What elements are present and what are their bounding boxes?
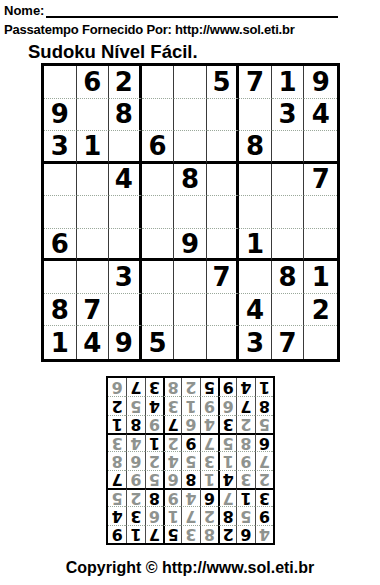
puzzle-cell-r7c3: 3 [109, 261, 142, 294]
puzzle-cell-r8c4 [142, 294, 175, 327]
solution-cell-r5c4: 3 [200, 451, 218, 469]
puzzle-cell-r9c6 [207, 326, 240, 359]
puzzle-cell-r7c6: 7 [207, 261, 240, 294]
puzzle-cell-r4c1 [44, 164, 77, 197]
puzzle-cell-r3c5 [174, 131, 207, 164]
puzzle-cell-r9c2: 4 [77, 326, 110, 359]
puzzle-cell-r3c3 [109, 131, 142, 164]
solution-cell-r2c7: 6 [145, 506, 163, 524]
puzzle-cell-r3c9 [304, 131, 337, 164]
puzzle-cell-r7c8: 8 [272, 261, 305, 294]
puzzle-cell-r8c8 [272, 294, 305, 327]
solution-cell-r8c3: 6 [218, 396, 236, 414]
solution-cell-r2c6: 1 [163, 506, 181, 524]
puzzle-cell-r7c4 [142, 261, 175, 294]
puzzle-cell-r2c1: 9 [44, 99, 77, 132]
puzzle-cell-r8c5 [174, 294, 207, 327]
solution-cell-r9c2: 4 [236, 378, 254, 396]
solution-cell-r6c8: 4 [126, 433, 144, 451]
puzzle-cell-r7c1 [44, 261, 77, 294]
puzzle-cell-r3c6 [207, 131, 240, 164]
puzzle-cell-r6c8 [272, 229, 305, 262]
solution-cell-r3c3: 7 [218, 488, 236, 506]
solution-cell-r3c7: 8 [145, 488, 163, 506]
provider-line: Passatempo Fornecido Por: http://www.sol… [4, 22, 295, 37]
puzzle-cell-r6c2 [77, 229, 110, 262]
solution-cell-r9c3: 9 [218, 378, 236, 396]
puzzle-cell-r9c5 [174, 326, 207, 359]
puzzle-cell-r8c3 [109, 294, 142, 327]
puzzle-cell-r6c3 [109, 229, 142, 262]
puzzle-cell-r3c7: 8 [239, 131, 272, 164]
solution-cell-r1c1: 4 [255, 525, 273, 543]
puzzle-cell-r9c4: 5 [142, 326, 175, 359]
solution-cell-r9c1: 1 [255, 378, 273, 396]
puzzle-cell-r7c5 [174, 261, 207, 294]
solution-cell-r2c4: 2 [200, 506, 218, 524]
solution-cell-r6c4: 7 [200, 433, 218, 451]
solution-cell-r1c4: 8 [200, 525, 218, 543]
solution-cell-r7c3: 3 [218, 415, 236, 433]
solution-cell-r4c6: 6 [163, 470, 181, 488]
puzzle-cell-r1c6: 5 [207, 66, 240, 99]
solution-cell-r9c4: 5 [200, 378, 218, 396]
solution-cell-r6c5: 9 [181, 433, 199, 451]
puzzle-cell-r4c7 [239, 164, 272, 197]
solution-cell-r3c1: 3 [255, 488, 273, 506]
sudoku-solution-grid: 4628357199582716343176498252341865977913… [106, 376, 275, 545]
solution-cell-r7c6: 7 [163, 415, 181, 433]
puzzle-cell-r2c7 [239, 99, 272, 132]
puzzle-cell-r3c4: 6 [142, 131, 175, 164]
solution-cell-r1c7: 7 [145, 525, 163, 543]
puzzle-cell-r9c8: 7 [272, 326, 305, 359]
solution-cell-r8c6: 3 [163, 396, 181, 414]
solution-cell-r8c9: 2 [108, 396, 126, 414]
puzzle-cell-r5c9 [304, 196, 337, 229]
puzzle-cell-r4c3: 4 [109, 164, 142, 197]
puzzle-cell-r6c5: 9 [174, 229, 207, 262]
puzzle-cell-r9c7: 3 [239, 326, 272, 359]
solution-cell-r6c2: 8 [236, 433, 254, 451]
puzzle-cell-r1c4 [142, 66, 175, 99]
puzzle-cell-r4c9: 7 [304, 164, 337, 197]
solution-cell-r9c5: 2 [181, 378, 199, 396]
solution-cell-r8c4: 9 [200, 396, 218, 414]
puzzle-cell-r5c1 [44, 196, 77, 229]
solution-cell-r5c7: 2 [145, 451, 163, 469]
solution-cell-r7c7: 9 [145, 415, 163, 433]
solution-cell-r5c2: 9 [236, 451, 254, 469]
puzzle-cell-r3c1: 3 [44, 131, 77, 164]
solution-cell-r5c5: 5 [181, 451, 199, 469]
page-title: Sudoku Nível Fácil. [28, 41, 198, 63]
solution-cell-r4c3: 4 [218, 470, 236, 488]
puzzle-cell-r1c5 [174, 66, 207, 99]
puzzle-cell-r4c5: 8 [174, 164, 207, 197]
solution-cell-r2c1: 9 [255, 506, 273, 524]
solution-cell-r6c6: 2 [163, 433, 181, 451]
solution-cell-r4c1: 2 [255, 470, 273, 488]
solution-cell-r3c4: 6 [200, 488, 218, 506]
solution-cell-r6c7: 1 [145, 433, 163, 451]
puzzle-cell-r1c8: 1 [272, 66, 305, 99]
solution-cell-r6c1: 6 [255, 433, 273, 451]
puzzle-cell-r5c4 [142, 196, 175, 229]
puzzle-cell-r5c6 [207, 196, 240, 229]
puzzle-cell-r1c7: 7 [239, 66, 272, 99]
solution-cell-r8c1: 8 [255, 396, 273, 414]
puzzle-cell-r2c9: 4 [304, 99, 337, 132]
name-label: Nome: [4, 3, 44, 18]
solution-cell-r7c5: 6 [181, 415, 199, 433]
solution-cell-r8c2: 7 [236, 396, 254, 414]
puzzle-cell-r6c4 [142, 229, 175, 262]
solution-cell-r3c8: 2 [126, 488, 144, 506]
solution-cell-r3c9: 5 [108, 488, 126, 506]
solution-cell-r4c2: 3 [236, 470, 254, 488]
solution-cell-r2c2: 5 [236, 506, 254, 524]
solution-cell-r1c9: 9 [108, 525, 126, 543]
solution-cell-r2c8: 3 [126, 506, 144, 524]
solution-grid-rotated-wrap: 4628357199582716343176498252341865977913… [106, 376, 275, 545]
solution-cell-r6c9: 3 [108, 433, 126, 451]
solution-cell-r9c6: 8 [163, 378, 181, 396]
puzzle-cell-r2c3: 8 [109, 99, 142, 132]
puzzle-cell-r9c9 [304, 326, 337, 359]
puzzle-cell-r7c9: 1 [304, 261, 337, 294]
solution-cell-r8c8: 5 [126, 396, 144, 414]
solution-cell-r1c6: 5 [163, 525, 181, 543]
puzzle-cell-r4c8 [272, 164, 305, 197]
solution-cell-r5c6: 4 [163, 451, 181, 469]
solution-cell-r4c4: 1 [200, 470, 218, 488]
solution-cell-r3c2: 1 [236, 488, 254, 506]
solution-cell-r2c5: 7 [181, 506, 199, 524]
solution-cell-r5c9: 8 [108, 451, 126, 469]
puzzle-cell-r5c7 [239, 196, 272, 229]
solution-cell-r4c9: 7 [108, 470, 126, 488]
solution-cell-r9c7: 3 [145, 378, 163, 396]
puzzle-cell-r8c2: 7 [77, 294, 110, 327]
solution-cell-r1c5: 3 [181, 525, 199, 543]
puzzle-cell-r8c7: 4 [239, 294, 272, 327]
name-row: Nome: [4, 3, 338, 18]
solution-cell-r4c8: 9 [126, 470, 144, 488]
copyright-line: Copyright © http://www.sol.eti.br [0, 559, 380, 577]
solution-cell-r9c8: 7 [126, 378, 144, 396]
puzzle-cell-r1c1 [44, 66, 77, 99]
solution-cell-r1c8: 1 [126, 525, 144, 543]
puzzle-cell-r5c2 [77, 196, 110, 229]
puzzle-cell-r6c7: 1 [239, 229, 272, 262]
solution-cell-r7c4: 4 [200, 415, 218, 433]
solution-cell-r7c8: 8 [126, 415, 144, 433]
puzzle-cell-r6c6 [207, 229, 240, 262]
solution-cell-r7c2: 2 [236, 415, 254, 433]
name-blank-line [46, 3, 338, 18]
puzzle-cell-r2c2 [77, 99, 110, 132]
solution-cell-r6c3: 5 [218, 433, 236, 451]
puzzle-cell-r7c7 [239, 261, 272, 294]
puzzle-cell-r2c6 [207, 99, 240, 132]
puzzle-cell-r7c2 [77, 261, 110, 294]
solution-cell-r2c9: 4 [108, 506, 126, 524]
solution-cell-r2c3: 8 [218, 506, 236, 524]
puzzle-cell-r4c2 [77, 164, 110, 197]
solution-cell-r1c3: 2 [218, 525, 236, 543]
sudoku-worksheet-page: Nome: Passatempo Fornecido Por: http://w… [0, 0, 380, 585]
solution-cell-r8c7: 4 [145, 396, 163, 414]
solution-cell-r5c1: 7 [255, 451, 273, 469]
solution-cell-r3c5: 4 [181, 488, 199, 506]
solution-cell-r4c5: 8 [181, 470, 199, 488]
solution-cell-r1c2: 6 [236, 525, 254, 543]
solution-cell-r5c8: 6 [126, 451, 144, 469]
puzzle-cell-r1c3: 2 [109, 66, 142, 99]
puzzle-cell-r8c9: 2 [304, 294, 337, 327]
puzzle-cell-r2c8: 3 [272, 99, 305, 132]
solution-cell-r3c6: 9 [163, 488, 181, 506]
sudoku-puzzle-grid: 6257199834316848769137818742149537 [41, 63, 340, 362]
puzzle-cell-r8c1: 8 [44, 294, 77, 327]
puzzle-cell-r4c4 [142, 164, 175, 197]
puzzle-cell-r6c1: 6 [44, 229, 77, 262]
puzzle-cell-r3c2: 1 [77, 131, 110, 164]
puzzle-cell-r4c6 [207, 164, 240, 197]
puzzle-cell-r6c9 [304, 229, 337, 262]
puzzle-cell-r9c3: 9 [109, 326, 142, 359]
puzzle-cell-r1c9: 9 [304, 66, 337, 99]
puzzle-cell-r5c3 [109, 196, 142, 229]
puzzle-cell-r1c2: 6 [77, 66, 110, 99]
puzzle-cell-r2c5 [174, 99, 207, 132]
puzzle-cell-r5c5 [174, 196, 207, 229]
solution-cell-r4c7: 5 [145, 470, 163, 488]
solution-cell-r7c9: 1 [108, 415, 126, 433]
puzzle-cell-r3c8 [272, 131, 305, 164]
puzzle-cell-r2c4 [142, 99, 175, 132]
solution-cell-r9c9: 6 [108, 378, 126, 396]
solution-cell-r7c1: 5 [255, 415, 273, 433]
solution-cell-r5c3: 1 [218, 451, 236, 469]
puzzle-cell-r8c6 [207, 294, 240, 327]
solution-cell-r8c5: 1 [181, 396, 199, 414]
puzzle-cell-r5c8 [272, 196, 305, 229]
puzzle-cell-r9c1: 1 [44, 326, 77, 359]
